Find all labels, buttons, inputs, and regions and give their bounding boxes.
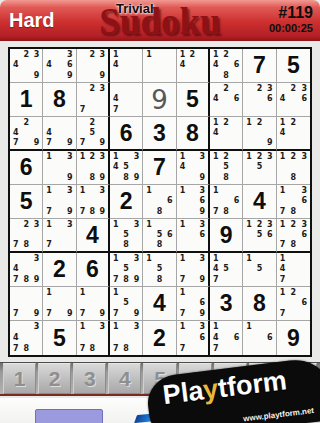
pencil-mark-6: 6 (197, 298, 207, 308)
pencil-mark-7: 7 (178, 309, 188, 319)
pencil-marks: 1379 (178, 254, 207, 285)
pencil-marks: 134589 (111, 152, 141, 183)
pencil-marks: 2579 (78, 118, 107, 148)
pencil-mark-6: 6 (65, 60, 75, 70)
pencil-mark-4: 4 (44, 60, 54, 70)
pencil-mark-7: 7 (44, 309, 54, 319)
pencil-mark-2: 2 (221, 84, 231, 94)
pencil-mark-1: 1 (211, 186, 221, 196)
pencil-mark-6: 6 (165, 230, 175, 240)
pencil-marks: 135789 (111, 254, 141, 285)
pencil-mark-1: 1 (211, 322, 221, 333)
pencil-mark-2: 2 (288, 152, 298, 162)
cell-r3c7[interactable]: 124 (210, 117, 243, 151)
pencil-mark-5: 5 (154, 230, 164, 240)
pencil-mark-3: 3 (97, 50, 107, 60)
pencil-mark-6: 6 (197, 333, 207, 344)
pencil-mark-7: 7 (178, 343, 188, 354)
pencil-marks: 2346 (278, 84, 309, 115)
pencil-mark-4: 4 (111, 60, 121, 70)
pencil-mark-1: 1 (278, 118, 288, 128)
cell-r4c7[interactable]: 1258 (210, 151, 243, 185)
cell-r6c5[interactable]: 1568 (143, 219, 176, 253)
keypad-button-2[interactable]: 2 (38, 363, 71, 394)
pencil-mark-8: 8 (21, 275, 31, 285)
given-digit: 6 (86, 256, 99, 283)
cell-r9c8[interactable]: 16 (243, 321, 276, 355)
pencil-mark-1: 1 (78, 152, 88, 162)
pencil-mark-8: 8 (221, 207, 231, 217)
pencil-marks: 136 (178, 220, 207, 250)
pencil-marks: 1369 (178, 186, 207, 217)
pencil-mark-3: 3 (65, 220, 75, 230)
pencil-marks: 16 (244, 322, 274, 354)
cell-r6c7[interactable]: 9 (210, 219, 243, 253)
pencil-mark-4: 4 (178, 162, 188, 172)
pencil-marks: 1349 (178, 152, 207, 183)
pencil-mark-8: 8 (87, 207, 97, 217)
pencil-marks: 1568 (144, 220, 174, 250)
pencil-mark-1: 1 (278, 152, 288, 162)
pencil-mark-1: 1 (144, 50, 154, 60)
pencil-mark-1: 1 (111, 152, 121, 162)
pencil-mark-8: 8 (121, 240, 131, 250)
cell-r4c6[interactable]: 1349 (177, 151, 210, 185)
cell-r9c5[interactable]: 2 (143, 321, 176, 355)
cell-r2c2[interactable]: 8 (43, 83, 76, 117)
pencil-mark-4: 4 (111, 162, 121, 172)
pencil-mark-7: 7 (11, 343, 21, 354)
pencil-mark-1: 1 (211, 50, 221, 60)
sudoku-app: Hard Trivial Sudoku #119 00:00:25 234934… (0, 0, 320, 423)
pencil-mark-9: 9 (65, 71, 75, 81)
pencil-marks: 123678 (278, 220, 309, 250)
pencil-mark-5: 5 (154, 264, 164, 274)
pencil-mark-2: 2 (221, 50, 231, 60)
cell-r7c5[interactable]: 158 (143, 253, 176, 287)
cell-r6c4[interactable]: 1358 (110, 219, 143, 253)
pencil-mark-2: 2 (288, 118, 298, 128)
pencil-mark-4: 4 (11, 60, 21, 70)
pencil-mark-6: 6 (197, 196, 207, 206)
pencil-mark-7: 7 (278, 275, 288, 285)
pencil-mark-7: 7 (11, 309, 21, 319)
cell-r4c9[interactable]: 1238 (277, 151, 310, 185)
pencil-mark-9: 9 (65, 138, 75, 148)
cell-r1c1[interactable]: 2349 (10, 49, 43, 83)
pencil-mark-5: 5 (121, 230, 131, 240)
pencil-mark-6: 6 (231, 94, 241, 104)
pencil-marks: 13678 (278, 186, 309, 217)
given-digit: 7 (153, 154, 166, 181)
pencil-mark-4: 4 (178, 60, 188, 70)
pencil-mark-9: 9 (131, 309, 141, 319)
given-digit: 2 (120, 188, 133, 215)
cell-r8c2[interactable]: 179 (43, 287, 76, 321)
cell-r3c4[interactable]: 6 (110, 117, 143, 151)
entered-digit: 9 (151, 85, 168, 115)
pencil-mark-2: 2 (87, 84, 97, 94)
cell-r1c5[interactable]: 1 (143, 49, 176, 83)
pencil-mark-2: 2 (288, 288, 298, 298)
cell-r6c8[interactable]: 12356 (243, 219, 276, 253)
cell-r8c3[interactable]: 179 (77, 287, 110, 321)
cell-r3c8[interactable]: 129 (243, 117, 276, 151)
cell-r5c8[interactable]: 4 (243, 185, 276, 219)
pencil-mark-7: 7 (78, 207, 88, 217)
pencil-mark-7: 7 (11, 138, 21, 148)
pencil-mark-1: 1 (178, 322, 188, 333)
pencil-mark-7: 7 (111, 343, 121, 354)
pencil-marks: 129 (244, 118, 274, 148)
cell-r3c5[interactable]: 3 (143, 117, 176, 151)
cell-r6c9[interactable]: 123678 (277, 219, 310, 253)
pencil-mark-2: 2 (221, 152, 231, 162)
cell-r2c3[interactable]: 237 (77, 83, 110, 117)
pencil-marks: 1579 (111, 288, 141, 319)
pencil-mark-1: 1 (244, 322, 254, 333)
given-digit: 8 (53, 86, 66, 113)
pencil-mark-9: 9 (31, 309, 41, 319)
brand-large-label: Sudoku (85, 1, 235, 42)
pencil-mark-2: 2 (254, 84, 264, 94)
cell-r8c1[interactable]: 79 (10, 287, 43, 321)
cell-r7c2[interactable]: 2 (43, 253, 76, 287)
cell-r4c2[interactable]: 139 (43, 151, 76, 185)
pencil-marks: 2479 (11, 118, 41, 148)
pencil-mark-5: 5 (121, 162, 131, 172)
timer: 00:00:25 (269, 22, 313, 35)
cell-r7c7[interactable]: 1457 (210, 253, 243, 287)
pencil-marks: 1235 (244, 152, 274, 183)
pencil-mark-1: 1 (278, 220, 288, 230)
cell-r3c6[interactable]: 8 (177, 117, 210, 151)
pencil-mark-1: 1 (78, 186, 88, 196)
given-digit: 5 (287, 52, 300, 79)
pencil-mark-2: 2 (187, 50, 197, 60)
pencil-mark-3: 3 (197, 322, 207, 333)
pencil-marks: 1267 (278, 288, 309, 319)
cell-r1c6[interactable]: 124 (177, 49, 210, 83)
pencil-marks: 1678 (211, 186, 241, 217)
cell-r4c3[interactable]: 12389 (77, 151, 110, 185)
pencil-marks: 168 (144, 186, 174, 217)
pencil-mark-1: 1 (178, 186, 188, 196)
pencil-mark-4: 4 (278, 264, 288, 274)
pencil-mark-3: 3 (31, 50, 41, 60)
pencil-mark-9: 9 (197, 275, 207, 285)
pencil-mark-9: 9 (265, 138, 275, 148)
cell-r6c2[interactable]: 137 (43, 219, 76, 253)
pencil-mark-9: 9 (65, 309, 75, 319)
pencil-marks: 13789 (78, 186, 107, 217)
pencil-mark-8: 8 (21, 240, 31, 250)
pencil-mark-4: 4 (278, 128, 288, 138)
given-digit: 2 (53, 256, 66, 283)
cell-r6c1[interactable]: 2378 (10, 219, 43, 253)
pencil-mark-1: 1 (111, 220, 121, 230)
cell-r3c9[interactable]: 124 (277, 117, 310, 151)
cell-r7c3[interactable]: 6 (77, 253, 110, 287)
pencil-mark-6: 6 (299, 196, 309, 206)
keypad-button-4[interactable]: 4 (108, 363, 141, 394)
pencil-marks: 1378 (78, 322, 107, 354)
given-digit: 6 (120, 120, 133, 147)
header-bar: Hard Trivial Sudoku #119 00:00:25 (0, 0, 320, 41)
cell-r7c9[interactable]: 147 (277, 253, 310, 287)
pencil-mark-1: 1 (244, 254, 254, 264)
cell-r1c9[interactable]: 5 (277, 49, 310, 83)
pencil-mark-3: 3 (97, 322, 107, 333)
pencil-mark-9: 9 (31, 138, 41, 148)
pencil-mark-4: 4 (44, 128, 54, 138)
pencil-mark-4: 4 (211, 60, 221, 70)
cell-r8c8[interactable]: 8 (243, 287, 276, 321)
pencil-mark-3: 3 (265, 152, 275, 162)
cell-r5c9[interactable]: 13678 (277, 185, 310, 219)
cell-r4c1[interactable]: 6 (10, 151, 43, 185)
pencil-mark-7: 7 (111, 275, 121, 285)
cell-r5c2[interactable]: 1379 (43, 185, 76, 219)
pencil-mark-6: 6 (231, 196, 241, 206)
pencil-mark-9: 9 (97, 173, 107, 183)
cell-r5c5[interactable]: 168 (143, 185, 176, 219)
pencil-mark-2: 2 (221, 118, 231, 128)
pencil-mark-1: 1 (178, 152, 188, 162)
pencil-mark-9: 9 (65, 207, 75, 217)
pencil-mark-8: 8 (288, 240, 298, 250)
cell-r5c7[interactable]: 1678 (210, 185, 243, 219)
given-digit: 4 (253, 188, 266, 215)
pencil-marks: 1 (144, 50, 174, 81)
cell-r8c4[interactable]: 1579 (110, 287, 143, 321)
pencil-marks: 1258 (211, 152, 241, 183)
pencil-mark-2: 2 (288, 220, 298, 230)
cell-r9c6[interactable]: 1367 (177, 321, 210, 355)
pencil-mark-4: 4 (11, 128, 21, 138)
cell-r1c4[interactable]: 14 (110, 49, 143, 83)
cell-r5c4[interactable]: 2 (110, 185, 143, 219)
pencil-mark-2: 2 (21, 220, 31, 230)
pencil-mark-1: 1 (111, 254, 121, 264)
puzzle-info: #119 00:00:25 (269, 4, 313, 35)
cell-r9c4[interactable]: 1378 (110, 321, 143, 355)
pencil-mark-9: 9 (197, 173, 207, 183)
given-digit: 9 (220, 222, 233, 249)
given-digit: 5 (186, 86, 199, 113)
keypad-button-1[interactable]: 1 (3, 363, 36, 394)
cell-r9c9[interactable]: 9 (277, 321, 310, 355)
pencil-marks: 179 (44, 288, 74, 319)
given-digit: 1 (20, 86, 33, 113)
pencil-mark-8: 8 (121, 343, 131, 354)
pencil-mark-3: 3 (65, 50, 75, 60)
pencil-mark-8: 8 (288, 173, 298, 183)
pencil-mark-3: 3 (131, 322, 141, 333)
pencil-mark-9: 9 (131, 275, 141, 285)
cell-r9c2[interactable]: 5 (43, 321, 76, 355)
pencil-marks: 1238 (278, 152, 309, 183)
cell-r7c6[interactable]: 1379 (177, 253, 210, 287)
pencil-marks: 139 (44, 152, 74, 183)
cell-r3c1[interactable]: 2479 (10, 117, 43, 151)
cell-r9c1[interactable]: 3478 (10, 321, 43, 355)
pencil-mark-7: 7 (44, 207, 54, 217)
pencil-mark-7: 7 (44, 240, 54, 250)
pencil-mark-7: 7 (78, 309, 88, 319)
cell-r4c8[interactable]: 1235 (243, 151, 276, 185)
pencil-mark-3: 3 (299, 220, 309, 230)
cell-r7c1[interactable]: 34789 (10, 253, 43, 287)
pencil-marks: 3469 (44, 50, 74, 81)
cell-r2c8[interactable]: 236 (243, 83, 276, 117)
cell-r4c4[interactable]: 134589 (110, 151, 143, 185)
pencil-mark-7: 7 (211, 275, 221, 285)
pencil-mark-5: 5 (221, 162, 231, 172)
pencil-marks: 3478 (11, 322, 41, 354)
pencil-mark-5: 5 (121, 298, 131, 308)
purple-button[interactable] (35, 409, 103, 423)
pencil-mark-8: 8 (154, 240, 164, 250)
pencil-mark-3: 3 (299, 152, 309, 162)
pencil-mark-7: 7 (278, 309, 288, 319)
pencil-mark-8: 8 (121, 173, 131, 183)
cell-r8c9[interactable]: 1267 (277, 287, 310, 321)
cell-r9c3[interactable]: 1378 (77, 321, 110, 355)
pencil-mark-6: 6 (197, 230, 207, 240)
cell-r1c8[interactable]: 7 (243, 49, 276, 83)
cell-r2c1[interactable]: 1 (10, 83, 43, 117)
pencil-mark-3: 3 (65, 152, 75, 162)
cell-r2c4[interactable]: 47 (110, 83, 143, 117)
cell-r1c3[interactable]: 239 (77, 49, 110, 83)
pencil-mark-7: 7 (278, 240, 288, 250)
pencil-mark-7: 7 (278, 207, 288, 217)
pencil-mark-6: 6 (265, 333, 275, 344)
pencil-mark-3: 3 (197, 254, 207, 264)
pencil-marks: 124 (178, 50, 207, 81)
given-digit: 3 (153, 120, 166, 147)
pencil-mark-6: 6 (299, 298, 309, 308)
pencil-mark-9: 9 (97, 309, 107, 319)
pencil-mark-6: 6 (265, 94, 275, 104)
given-digit: 4 (153, 290, 166, 317)
pencil-mark-5: 5 (87, 128, 97, 138)
cell-r5c1[interactable]: 5 (10, 185, 43, 219)
cell-r2c9[interactable]: 2346 (277, 83, 310, 117)
keypad-button-3[interactable]: 3 (73, 363, 106, 394)
cell-r2c5[interactable]: 9 (143, 83, 176, 117)
cell-r5c6[interactable]: 1369 (177, 185, 210, 219)
pencil-mark-3: 3 (31, 322, 41, 333)
pencil-marks: 246 (211, 84, 241, 115)
cell-r8c5[interactable]: 4 (143, 287, 176, 321)
cell-r8c7[interactable]: 3 (210, 287, 243, 321)
pencil-marks: 1457 (211, 254, 241, 285)
pencil-mark-3: 3 (31, 254, 41, 264)
pencil-mark-4: 4 (278, 94, 288, 104)
difficulty-label: Hard (9, 9, 55, 32)
pencil-mark-6: 6 (299, 94, 309, 104)
pencil-marks: 158 (144, 254, 174, 285)
cell-r2c6[interactable]: 5 (177, 83, 210, 117)
cell-r9c7[interactable]: 1467 (210, 321, 243, 355)
pencil-mark-7: 7 (178, 275, 188, 285)
pencil-mark-1: 1 (244, 220, 254, 230)
pencil-mark-7: 7 (44, 138, 54, 148)
pencil-mark-8: 8 (221, 173, 231, 183)
pencil-mark-8: 8 (87, 173, 97, 183)
pencil-mark-3: 3 (197, 186, 207, 196)
cell-r1c7[interactable]: 12468 (210, 49, 243, 83)
pencil-mark-9: 9 (65, 173, 75, 183)
cell-r4c5[interactable]: 7 (143, 151, 176, 185)
pencil-marks: 12389 (78, 152, 107, 183)
pencil-mark-3: 3 (97, 186, 107, 196)
pencil-marks: 1679 (178, 288, 207, 319)
pencil-mark-5: 5 (254, 230, 264, 240)
pencil-mark-1: 1 (178, 220, 188, 230)
cell-r1c2[interactable]: 3469 (43, 49, 76, 83)
pencil-mark-3: 3 (131, 254, 141, 264)
given-digit: 5 (53, 325, 66, 352)
cell-r7c8[interactable]: 15 (243, 253, 276, 287)
given-digit: 3 (220, 290, 233, 317)
given-digit: 9 (287, 325, 300, 352)
pencil-mark-4: 4 (111, 94, 121, 104)
pencil-mark-1: 1 (111, 322, 121, 333)
pencil-mark-7: 7 (78, 105, 88, 115)
cell-r5c3[interactable]: 13789 (77, 185, 110, 219)
cell-r8c6[interactable]: 1679 (177, 287, 210, 321)
pencil-mark-2: 2 (21, 50, 31, 60)
puzzle-number: #119 (269, 4, 313, 22)
pencil-mark-1: 1 (211, 254, 221, 264)
pencil-marks: 124 (211, 118, 241, 148)
pencil-mark-2: 2 (87, 118, 97, 128)
pencil-mark-9: 9 (97, 207, 107, 217)
pencil-mark-2: 2 (87, 152, 97, 162)
pencil-mark-1: 1 (211, 152, 221, 162)
pencil-mark-7: 7 (78, 138, 88, 148)
pencil-mark-3: 3 (131, 152, 141, 162)
pencil-marks: 1358 (111, 220, 141, 250)
pencil-mark-8: 8 (21, 343, 31, 354)
pencil-mark-3: 3 (265, 84, 275, 94)
cell-r3c2[interactable]: 479 (43, 117, 76, 151)
pencil-mark-6: 6 (265, 230, 275, 240)
cell-r3c3[interactable]: 2579 (77, 117, 110, 151)
pencil-mark-8: 8 (121, 275, 131, 285)
sudoku-board: 2349346923914112412468751823747952462362… (8, 47, 312, 357)
cell-r2c7[interactable]: 246 (210, 83, 243, 117)
pencil-marks: 1367 (178, 322, 207, 354)
pencil-mark-7: 7 (211, 343, 221, 354)
pencil-mark-1: 1 (44, 288, 54, 298)
pencil-mark-1: 1 (111, 50, 121, 60)
cell-r7c4[interactable]: 135789 (110, 253, 143, 287)
pencil-mark-8: 8 (288, 207, 298, 217)
cell-r6c6[interactable]: 136 (177, 219, 210, 253)
pencil-mark-9: 9 (197, 309, 207, 319)
pencil-mark-1: 1 (44, 220, 54, 230)
pencil-marks: 1379 (44, 186, 74, 217)
pencil-marks: 1378 (111, 322, 141, 354)
pencil-marks: 124 (278, 118, 309, 148)
cell-r6c3[interactable]: 4 (77, 219, 110, 253)
pencil-mark-1: 1 (178, 288, 188, 298)
pencil-mark-7: 7 (111, 309, 121, 319)
